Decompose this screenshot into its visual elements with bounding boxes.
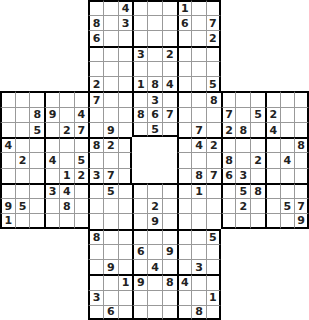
cell-r4c14[interactable] — [191, 46, 206, 61]
cell-r18c10[interactable] — [132, 259, 147, 274]
cell-r12c13[interactable] — [177, 168, 192, 183]
cell-r21c7[interactable] — [88, 305, 103, 320]
cell-r8c8[interactable] — [103, 107, 118, 122]
inactive-area — [265, 229, 280, 244]
cell-r7c8[interactable] — [103, 91, 118, 106]
inactive-area — [0, 244, 15, 259]
cell-r14c8[interactable] — [103, 198, 118, 213]
cell-r9c11: 5 — [147, 122, 162, 137]
cell-r21c11[interactable] — [147, 305, 162, 320]
cell-r6c12: 4 — [162, 76, 177, 91]
cell-r15c17[interactable] — [235, 213, 250, 228]
cell-r11c21[interactable] — [294, 152, 309, 167]
cell-r18c13[interactable] — [177, 259, 192, 274]
inactive-area — [59, 244, 74, 259]
cell-r1c15[interactable] — [206, 0, 221, 15]
cell-r5c11[interactable] — [147, 61, 162, 76]
cell-r11c19[interactable] — [265, 152, 280, 167]
cell-r8c17[interactable] — [235, 107, 250, 122]
cell-r14c15[interactable] — [206, 198, 221, 213]
inactive-area — [221, 76, 236, 91]
inactive-area — [250, 259, 265, 274]
cell-r9c2[interactable] — [15, 122, 30, 137]
cell-r7c21[interactable] — [294, 91, 309, 106]
cell-r8c21[interactable] — [294, 107, 309, 122]
cell-r12c2[interactable] — [15, 168, 30, 183]
inactive-area — [29, 274, 44, 289]
cell-r15c6[interactable] — [74, 213, 89, 228]
cell-r11c1[interactable] — [0, 152, 15, 167]
cell-r15c18[interactable] — [250, 213, 265, 228]
inactive-area — [29, 305, 44, 320]
cell-r16c7: 8 — [88, 229, 103, 244]
cell-r3c11[interactable] — [147, 30, 162, 45]
inactive-area — [250, 46, 265, 61]
inactive-area — [15, 290, 30, 305]
inactive-area — [29, 259, 44, 274]
cell-r12c1[interactable] — [0, 168, 15, 183]
cell-r5c12[interactable] — [162, 61, 177, 76]
cell-r13c12[interactable] — [162, 183, 177, 198]
cell-r6c8[interactable] — [103, 76, 118, 91]
cell-r21c14: 8 — [191, 305, 206, 320]
cell-r11c16: 8 — [221, 152, 236, 167]
cell-r10c19[interactable] — [265, 137, 280, 152]
cell-r16c8[interactable] — [103, 229, 118, 244]
cell-r13c18: 8 — [250, 183, 265, 198]
cell-r6c9[interactable] — [118, 76, 133, 91]
cell-r1c10[interactable] — [132, 0, 147, 15]
cell-r8c11: 6 — [147, 107, 162, 122]
cell-r20c14[interactable] — [191, 290, 206, 305]
cell-r4c12: 2 — [162, 46, 177, 61]
cell-r15c16[interactable] — [221, 213, 236, 228]
cell-r12c21[interactable] — [294, 168, 309, 183]
inactive-area — [250, 229, 265, 244]
cell-r13c6[interactable] — [74, 183, 89, 198]
cell-r14c9[interactable] — [118, 198, 133, 213]
cell-r13c19[interactable] — [265, 183, 280, 198]
cell-r19c7[interactable] — [88, 274, 103, 289]
cell-r15c12[interactable] — [162, 213, 177, 228]
cell-r5c10[interactable] — [132, 61, 147, 76]
cell-r8c19: 2 — [265, 107, 280, 122]
cell-r15c20[interactable] — [280, 213, 295, 228]
cell-r7c1[interactable] — [0, 91, 15, 106]
cell-r13c5: 4 — [59, 183, 74, 198]
cell-r10c6[interactable] — [74, 137, 89, 152]
cell-r13c14: 1 — [191, 183, 206, 198]
cell-r1c14[interactable] — [191, 0, 206, 15]
cell-r5c9[interactable] — [118, 61, 133, 76]
cell-r17c13[interactable] — [177, 244, 192, 259]
cell-r14c6[interactable] — [74, 198, 89, 213]
cell-r15c13[interactable] — [177, 213, 192, 228]
cell-r9c10[interactable] — [132, 122, 147, 137]
cell-r15c15[interactable] — [206, 213, 221, 228]
cell-r11c8[interactable] — [103, 152, 118, 167]
inactive-area — [265, 244, 280, 259]
cell-r4c7[interactable] — [88, 46, 103, 61]
cell-r16c11[interactable] — [147, 229, 162, 244]
cell-r9c18[interactable] — [250, 122, 265, 137]
cell-r15c9[interactable] — [118, 213, 133, 228]
cell-r18c9[interactable] — [118, 259, 133, 274]
cell-r8c16: 7 — [221, 107, 236, 122]
cell-r15c10[interactable] — [132, 213, 147, 228]
inactive-area — [44, 244, 59, 259]
inactive-area — [221, 290, 236, 305]
cell-r3c12[interactable] — [162, 30, 177, 45]
cell-r20c12[interactable] — [162, 290, 177, 305]
cell-r13c17: 5 — [235, 183, 250, 198]
inactive-area — [294, 30, 309, 45]
cell-r8c5[interactable] — [59, 107, 74, 122]
cell-r7c5[interactable] — [59, 91, 74, 106]
cell-r20c8[interactable] — [103, 290, 118, 305]
cell-r14c10[interactable] — [132, 198, 147, 213]
cell-r7c14[interactable] — [191, 91, 206, 106]
cell-r12c19[interactable] — [265, 168, 280, 183]
cell-r7c19[interactable] — [265, 91, 280, 106]
cell-r7c17[interactable] — [235, 91, 250, 106]
cell-r13c3[interactable] — [29, 183, 44, 198]
cell-r15c4[interactable] — [44, 213, 59, 228]
cell-r20c9[interactable] — [118, 290, 133, 305]
cell-r2c13: 6 — [177, 15, 192, 30]
cell-r14c16[interactable] — [221, 198, 236, 213]
cell-r6c14[interactable] — [191, 76, 206, 91]
cell-r15c1: 1 — [0, 213, 15, 228]
inactive-area — [265, 15, 280, 30]
cell-r21c10[interactable] — [132, 305, 147, 320]
cell-r8c14[interactable] — [191, 107, 206, 122]
cell-r12c18[interactable] — [250, 168, 265, 183]
cell-r17c12: 9 — [162, 244, 177, 259]
cell-r13c16[interactable] — [221, 183, 236, 198]
cell-r8c1[interactable] — [0, 107, 15, 122]
cell-r18c7[interactable] — [88, 259, 103, 274]
cell-r20c13[interactable] — [177, 290, 192, 305]
cell-r6c15: 5 — [206, 76, 221, 91]
cell-r17c8[interactable] — [103, 244, 118, 259]
cell-r2c14[interactable] — [191, 15, 206, 30]
inactive-area — [15, 46, 30, 61]
cell-r10c17[interactable] — [235, 137, 250, 152]
cell-r9c20[interactable] — [280, 122, 295, 137]
cell-r11c15[interactable] — [206, 152, 221, 167]
cell-r5c14[interactable] — [191, 61, 206, 76]
cell-r18c12[interactable] — [162, 259, 177, 274]
cell-r9c17: 8 — [235, 122, 250, 137]
cell-r21c9[interactable] — [118, 305, 133, 320]
cell-r9c9[interactable] — [118, 122, 133, 137]
cell-r3c14[interactable] — [191, 30, 206, 45]
cell-r8c2[interactable] — [15, 107, 30, 122]
cell-r12c9[interactable] — [118, 168, 133, 183]
cell-r11c5[interactable] — [59, 152, 74, 167]
cell-r14c17: 2 — [235, 198, 250, 213]
cell-r15c14[interactable] — [191, 213, 206, 228]
inactive-area — [132, 168, 147, 183]
cell-r9c12[interactable] — [162, 122, 177, 137]
cell-r14c2: 5 — [15, 198, 30, 213]
cell-r11c14[interactable] — [191, 152, 206, 167]
cell-r5c8[interactable] — [103, 61, 118, 76]
cell-r10c18[interactable] — [250, 137, 265, 152]
cell-r17c14[interactable] — [191, 244, 206, 259]
cell-r8c15[interactable] — [206, 107, 221, 122]
cell-r11c17[interactable] — [235, 152, 250, 167]
cell-r17c15[interactable] — [206, 244, 221, 259]
cell-r11c20: 4 — [280, 152, 295, 167]
cell-r7c12[interactable] — [162, 91, 177, 106]
cell-r10c2[interactable] — [15, 137, 30, 152]
cell-r12c3[interactable] — [29, 168, 44, 183]
cell-r13c21[interactable] — [294, 183, 309, 198]
cell-r13c1[interactable] — [0, 183, 15, 198]
cell-r9c3: 5 — [29, 122, 44, 137]
cell-r15c8[interactable] — [103, 213, 118, 228]
cell-r7c16[interactable] — [221, 91, 236, 106]
cell-r10c20[interactable] — [280, 137, 295, 152]
inactive-area — [74, 61, 89, 76]
inactive-area — [59, 290, 74, 305]
inactive-area — [29, 61, 44, 76]
cell-r9c15[interactable] — [206, 122, 221, 137]
cell-r12c8: 7 — [103, 168, 118, 183]
cell-r17c9[interactable] — [118, 244, 133, 259]
cell-r19c12: 8 — [162, 274, 177, 289]
cell-r3c8[interactable] — [103, 30, 118, 45]
inactive-area — [15, 15, 30, 30]
cell-r13c11[interactable] — [147, 183, 162, 198]
inactive-area — [0, 0, 15, 15]
cell-r4c11[interactable] — [147, 46, 162, 61]
cell-r11c9[interactable] — [118, 152, 133, 167]
cell-r17c11[interactable] — [147, 244, 162, 259]
cell-r1c7[interactable] — [88, 0, 103, 15]
cell-r10c8: 2 — [103, 137, 118, 152]
cell-r4c9[interactable] — [118, 46, 133, 61]
inactive-area — [265, 274, 280, 289]
cell-r8c20[interactable] — [280, 107, 295, 122]
cell-r8c10: 8 — [132, 107, 147, 122]
cell-r14c4[interactable] — [44, 198, 59, 213]
cell-r10c5[interactable] — [59, 137, 74, 152]
cell-r16c14[interactable] — [191, 229, 206, 244]
inactive-area — [74, 305, 89, 320]
cell-r11c6: 5 — [74, 152, 89, 167]
cell-r15c3[interactable] — [29, 213, 44, 228]
cell-r21c15[interactable] — [206, 305, 221, 320]
inactive-area — [15, 244, 30, 259]
inactive-area — [294, 229, 309, 244]
inactive-area — [15, 0, 30, 15]
inactive-area — [44, 0, 59, 15]
cell-r14c12[interactable] — [162, 198, 177, 213]
cell-r16c13[interactable] — [177, 229, 192, 244]
cell-r4c13[interactable] — [177, 46, 192, 61]
cell-r13c9[interactable] — [118, 183, 133, 198]
cell-r15c7[interactable] — [88, 213, 103, 228]
cell-r14c3[interactable] — [29, 198, 44, 213]
cell-r16c10[interactable] — [132, 229, 147, 244]
cell-r2c11[interactable] — [147, 15, 162, 30]
cell-r14c14[interactable] — [191, 198, 206, 213]
cell-r21c13[interactable] — [177, 305, 192, 320]
cell-r8c9[interactable] — [118, 107, 133, 122]
cell-r10c1: 4 — [0, 137, 15, 152]
cell-r7c6[interactable] — [74, 91, 89, 106]
inactive-area — [29, 290, 44, 305]
cell-r9c4[interactable] — [44, 122, 59, 137]
cell-r10c9[interactable] — [118, 137, 133, 152]
inactive-area — [265, 259, 280, 274]
cell-r15c2[interactable] — [15, 213, 30, 228]
cell-r14c19[interactable] — [265, 198, 280, 213]
cell-r20c10[interactable] — [132, 290, 147, 305]
inactive-area — [265, 0, 280, 15]
cell-r9c16: 2 — [221, 122, 236, 137]
cell-r18c15[interactable] — [206, 259, 221, 274]
inactive-area — [15, 229, 30, 244]
cell-r12c4[interactable] — [44, 168, 59, 183]
cell-r7c3[interactable] — [29, 91, 44, 106]
cell-r10c16[interactable] — [221, 137, 236, 152]
cell-r11c3[interactable] — [29, 152, 44, 167]
inactive-area — [74, 290, 89, 305]
cell-r5c13[interactable] — [177, 61, 192, 76]
cell-r7c11: 3 — [147, 91, 162, 106]
inactive-area — [280, 61, 295, 76]
cell-r5c15[interactable] — [206, 61, 221, 76]
inactive-area — [0, 30, 15, 45]
cell-r20c15: 1 — [206, 290, 221, 305]
cell-r10c14: 4 — [191, 137, 206, 152]
cell-r13c7[interactable] — [88, 183, 103, 198]
cell-r21c12[interactable] — [162, 305, 177, 320]
inactive-area — [59, 15, 74, 30]
cell-r10c4[interactable] — [44, 137, 59, 152]
cell-r15c5[interactable] — [59, 213, 74, 228]
inactive-area — [235, 61, 250, 76]
cell-r4c8[interactable] — [103, 46, 118, 61]
inactive-area — [74, 0, 89, 15]
cell-r9c6: 7 — [74, 122, 89, 137]
cell-r2c15: 7 — [206, 15, 221, 30]
cell-r7c13[interactable] — [177, 91, 192, 106]
inactive-area — [280, 46, 295, 61]
inactive-area — [235, 76, 250, 91]
inactive-area — [294, 15, 309, 30]
cell-r1c8[interactable] — [103, 0, 118, 15]
cell-r3c9[interactable] — [118, 30, 133, 45]
cell-r10c13[interactable] — [177, 137, 192, 152]
cell-r13c20[interactable] — [280, 183, 295, 198]
cell-r3c7: 6 — [88, 30, 103, 45]
cell-r7c4[interactable] — [44, 91, 59, 106]
cell-r17c7[interactable] — [88, 244, 103, 259]
cell-r9c1[interactable] — [0, 122, 15, 137]
cell-r7c18[interactable] — [250, 91, 265, 106]
cell-r15c19[interactable] — [265, 213, 280, 228]
inactive-area — [235, 46, 250, 61]
cell-r7c9[interactable] — [118, 91, 133, 106]
inactive-area — [294, 0, 309, 15]
cell-r19c14[interactable] — [191, 274, 206, 289]
cell-r16c12[interactable] — [162, 229, 177, 244]
inactive-area — [0, 61, 15, 76]
cell-r1c11[interactable] — [147, 0, 162, 15]
cell-r8c12: 7 — [162, 107, 177, 122]
cell-r7c10[interactable] — [132, 91, 147, 106]
inactive-area — [74, 259, 89, 274]
inactive-area — [294, 290, 309, 305]
cell-r20c11[interactable] — [147, 290, 162, 305]
cell-r7c20[interactable] — [280, 91, 295, 106]
cell-r14c7[interactable] — [88, 198, 103, 213]
cell-r12c6: 2 — [74, 168, 89, 183]
cell-r10c3[interactable] — [29, 137, 44, 152]
cell-r19c15[interactable] — [206, 274, 221, 289]
cell-r1c12[interactable] — [162, 0, 177, 15]
cell-r13c2[interactable] — [15, 183, 30, 198]
cell-r8c7[interactable] — [88, 107, 103, 122]
cell-r3c13[interactable] — [177, 30, 192, 45]
inactive-area — [44, 290, 59, 305]
inactive-area — [250, 305, 265, 320]
cell-r9c7[interactable] — [88, 122, 103, 137]
cell-r2c8[interactable] — [103, 15, 118, 30]
cell-r19c8[interactable] — [103, 274, 118, 289]
cell-r6c13[interactable] — [177, 76, 192, 91]
cell-r14c18[interactable] — [250, 198, 265, 213]
cell-r13c10[interactable] — [132, 183, 147, 198]
cell-r19c13: 4 — [177, 274, 192, 289]
cell-r12c20[interactable] — [280, 168, 295, 183]
cell-r19c11[interactable] — [147, 274, 162, 289]
inactive-area — [265, 76, 280, 91]
cell-r11c7[interactable] — [88, 152, 103, 167]
cell-r7c2[interactable] — [15, 91, 30, 106]
inactive-area — [74, 76, 89, 91]
cell-r3c15: 2 — [206, 30, 221, 45]
cell-r2c12[interactable] — [162, 15, 177, 30]
cell-r1c9: 4 — [118, 0, 133, 15]
cell-r2c10[interactable] — [132, 15, 147, 30]
cell-r14c11: 2 — [147, 198, 162, 213]
cell-r13c15[interactable] — [206, 183, 221, 198]
cell-r13c13[interactable] — [177, 183, 192, 198]
inactive-area — [44, 305, 59, 320]
cell-r9c21[interactable] — [294, 122, 309, 137]
cell-r9c13[interactable] — [177, 122, 192, 137]
cell-r5c7[interactable] — [88, 61, 103, 76]
inactive-area — [250, 274, 265, 289]
cell-r11c13[interactable] — [177, 152, 192, 167]
inactive-area — [235, 244, 250, 259]
cell-r4c15[interactable] — [206, 46, 221, 61]
cell-r3c10[interactable] — [132, 30, 147, 45]
cell-r14c13[interactable] — [177, 198, 192, 213]
cell-r11c18: 2 — [250, 152, 265, 167]
cell-r13c4: 3 — [44, 183, 59, 198]
cell-r8c13[interactable] — [177, 107, 192, 122]
inactive-area — [221, 244, 236, 259]
inactive-area — [280, 305, 295, 320]
cell-r16c9[interactable] — [118, 229, 133, 244]
